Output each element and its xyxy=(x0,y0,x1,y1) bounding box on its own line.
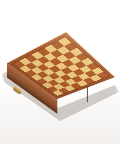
box-fold-seam xyxy=(87,87,88,102)
product-photo xyxy=(0,0,120,144)
